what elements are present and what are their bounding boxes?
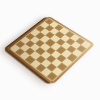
photo-background [0, 0, 100, 100]
chess-board [6, 15, 95, 84]
board-squares [10, 18, 90, 80]
